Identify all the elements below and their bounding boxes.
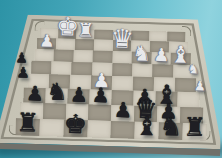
board-3d-wrapper: ♜♞♝♚♜♟♛♟♝♟♟♟♞♟♟♝♟♞♛♟♜♚♟♟♞♟ bbox=[0, 0, 222, 158]
black-knight-b8[interactable]: ♞ bbox=[159, 114, 183, 140]
white-queen-d2[interactable]: ♛ bbox=[110, 26, 134, 53]
white-pawn-h2[interactable]: ♟ bbox=[39, 32, 55, 49]
black-rook-h8[interactable]: ♜ bbox=[16, 110, 40, 136]
white-knight-c3[interactable]: ♞ bbox=[132, 43, 151, 64]
white-bishop-a3[interactable]: ♝ bbox=[170, 42, 192, 66]
black-pawn-e6[interactable]: ♟ bbox=[92, 85, 111, 106]
white-rook-f1[interactable]: ♜ bbox=[77, 21, 95, 41]
black-pawn-d7[interactable]: ♟ bbox=[113, 100, 132, 121]
black-bishop-c8[interactable]: ♝ bbox=[135, 113, 159, 140]
captured-black-pawn-2: ♟ bbox=[16, 66, 30, 81]
black-king-f8[interactable]: ♚ bbox=[63, 111, 87, 138]
black-knight-g6[interactable]: ♞ bbox=[46, 80, 68, 104]
black-pawn-f6[interactable]: ♟ bbox=[70, 84, 89, 105]
captured-white-pawn-2: ♟ bbox=[194, 79, 206, 92]
black-rook-a8[interactable]: ♜ bbox=[183, 115, 207, 141]
white-pawn-b3[interactable]: ♟ bbox=[153, 47, 169, 65]
white-king-g1[interactable]: ♚ bbox=[56, 14, 80, 40]
chess-game-screenshot: ♜♞♝♚♜♟♛♟♝♟♟♟♞♟♟♝♟♞♛♟♜♚♟♟♞♟ bbox=[0, 0, 222, 158]
pieces-layer: ♜♞♝♚♜♟♛♟♝♟♟♟♞♟♟♝♟♞♛♟♜♚♟♟♞♟ bbox=[0, 0, 222, 158]
black-pawn-h6[interactable]: ♟ bbox=[26, 83, 45, 104]
